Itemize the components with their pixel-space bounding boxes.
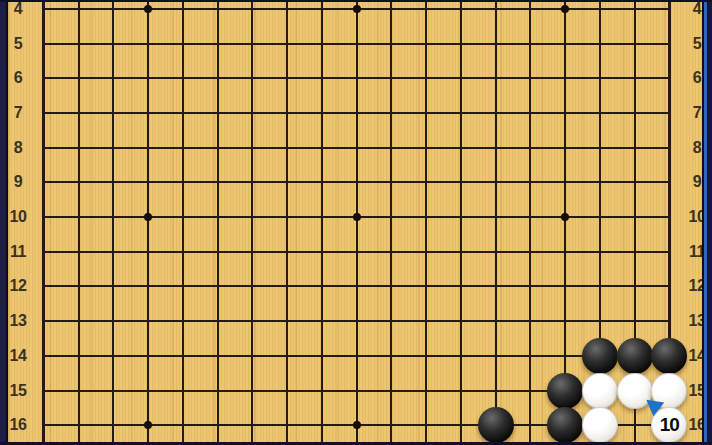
- grid-line-vertical: [251, 0, 253, 445]
- grid-line-horizontal: [42, 320, 671, 322]
- grid-line-vertical: [182, 0, 184, 445]
- grid-line-vertical: [460, 0, 462, 445]
- grid-line-vertical: [495, 0, 497, 445]
- row-label-left-10: 10: [6, 208, 30, 226]
- grid-line-horizontal: [42, 112, 671, 114]
- grid-line-horizontal: [42, 251, 671, 253]
- grid-line-vertical: [147, 0, 149, 445]
- star-point: [561, 213, 569, 221]
- row-label-left-4: 4: [6, 0, 30, 18]
- row-label-left-9: 9: [6, 173, 30, 191]
- row-label-left-12: 12: [6, 277, 30, 295]
- window-top-border: [0, 0, 712, 2]
- stone-black-c16-r15: [547, 373, 583, 409]
- grid-line-vertical: [356, 0, 358, 445]
- grid-line-horizontal: [42, 355, 671, 357]
- stone-white-c17-r16: [582, 407, 618, 443]
- row-label-left-8: 8: [6, 139, 30, 157]
- star-point: [561, 5, 569, 13]
- row-label-left-16: 16: [6, 416, 30, 434]
- move-number-label: 10: [660, 414, 679, 436]
- window-left-border: [0, 0, 8, 445]
- go-app-window: 4455667788991010111112121313141415151616…: [0, 0, 712, 445]
- star-point: [144, 421, 152, 429]
- grid-line-horizontal: [42, 43, 671, 45]
- grid-line-vertical: [217, 0, 219, 445]
- grid-line-horizontal: [42, 181, 671, 183]
- grid-line-vertical: [286, 0, 288, 445]
- row-label-left-7: 7: [6, 104, 30, 122]
- grid-line-vertical: [112, 0, 114, 445]
- grid-line-vertical: [529, 0, 531, 445]
- row-label-left-14: 14: [6, 347, 30, 365]
- row-label-left-13: 13: [6, 312, 30, 330]
- star-point: [144, 5, 152, 13]
- stone-black-c19-r14: [651, 338, 687, 374]
- star-point: [144, 213, 152, 221]
- grid-line-vertical: [390, 0, 392, 445]
- window-right-border: [702, 0, 712, 445]
- grid-line-horizontal: [42, 77, 671, 79]
- stone-black-c14-r16: [478, 407, 514, 443]
- star-point: [353, 213, 361, 221]
- grid-line-vertical: [78, 0, 80, 445]
- stone-white-c19-r16: 10: [651, 407, 687, 443]
- row-label-left-6: 6: [6, 69, 30, 87]
- stone-black-c18-r14: [617, 338, 653, 374]
- stone-black-c17-r14: [582, 338, 618, 374]
- row-label-left-11: 11: [6, 243, 30, 261]
- stone-black-c16-r16: [547, 407, 583, 443]
- row-label-left-15: 15: [6, 382, 30, 400]
- grid-line-horizontal: [42, 147, 671, 149]
- grid-line-vertical: [425, 0, 427, 445]
- row-label-left-5: 5: [6, 35, 30, 53]
- grid-line-horizontal: [42, 285, 671, 287]
- stone-white-c17-r15: [582, 373, 618, 409]
- stone-white-c18-r15: [617, 373, 653, 409]
- star-point: [353, 421, 361, 429]
- star-point: [353, 5, 361, 13]
- grid-line-vertical: [42, 0, 45, 445]
- grid-line-vertical: [321, 0, 323, 445]
